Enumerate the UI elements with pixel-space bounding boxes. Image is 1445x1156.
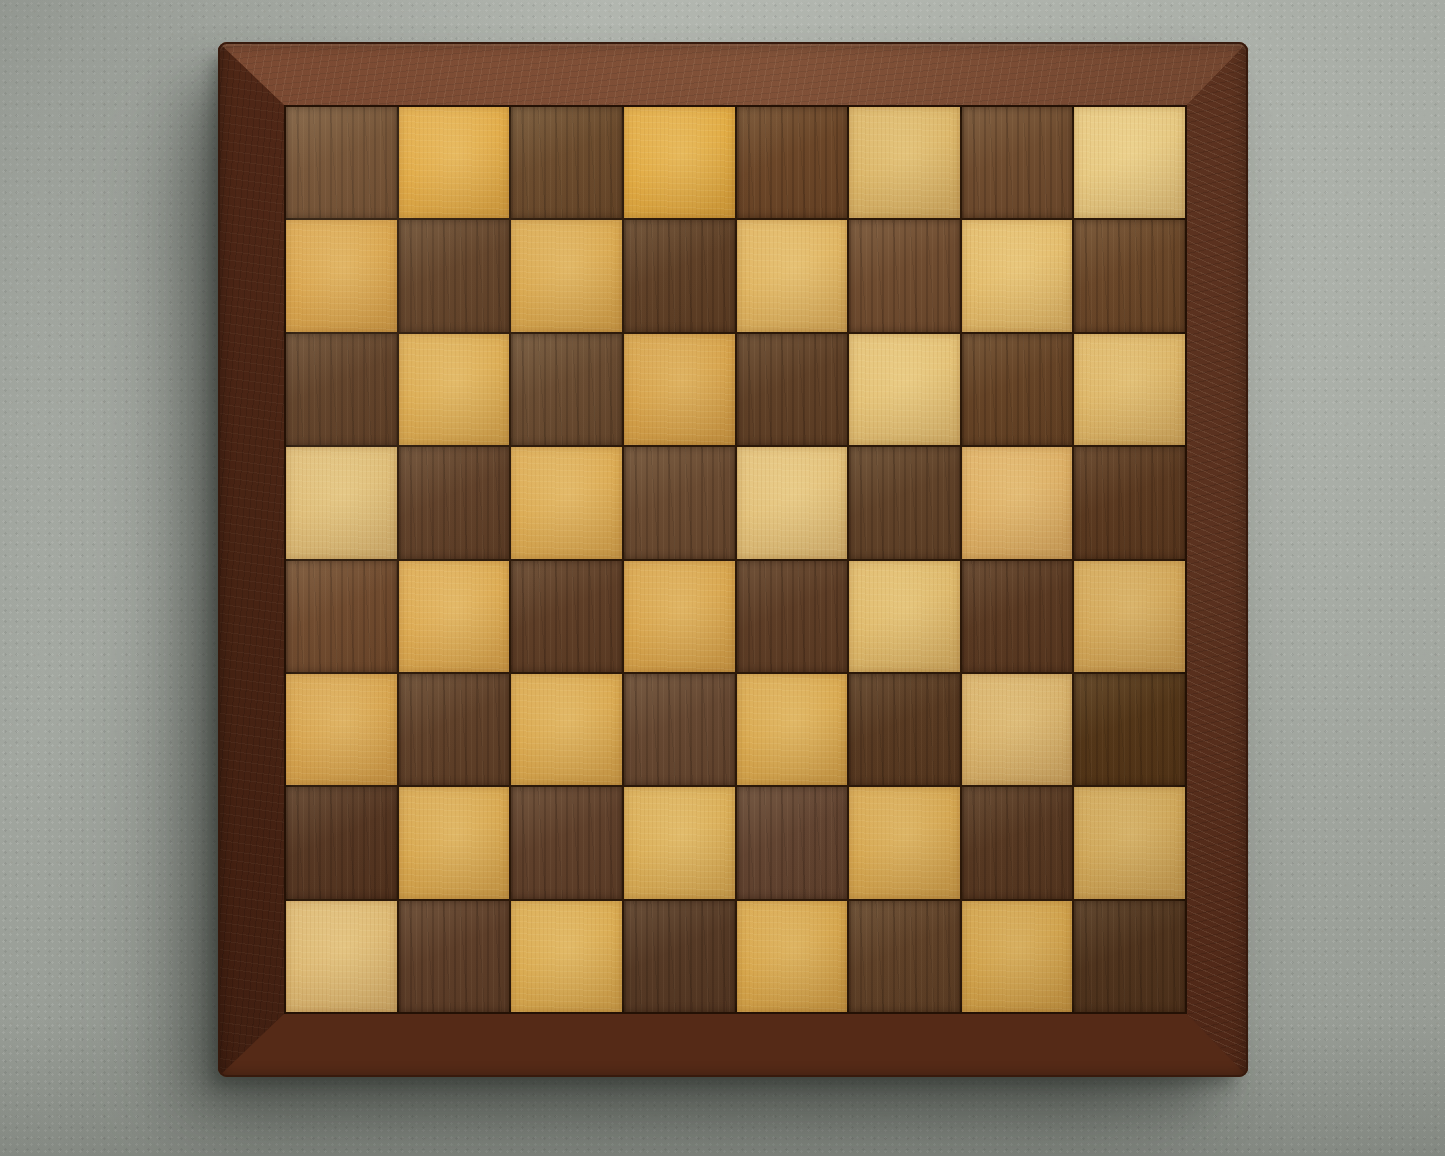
square-r4c6-dark [849,447,960,558]
square-r7c1-dark [286,787,397,898]
square-r2c6-dark [849,220,960,331]
square-r6c1-light [286,674,397,785]
square-r6c2-dark [399,674,510,785]
square-r2c1-light [286,220,397,331]
square-r8c1-light [286,901,397,1012]
square-r3c2-light [399,334,510,445]
square-r8c8-dark [1074,901,1185,1012]
square-r5c4-light [624,561,735,672]
square-r5c5-dark [737,561,848,672]
square-r3c7-dark [962,334,1073,445]
square-r7c8-light [1074,787,1185,898]
square-r3c4-light [624,334,735,445]
square-r5c7-dark [962,561,1073,672]
square-r1c3-dark [511,107,622,218]
square-r2c3-light [511,220,622,331]
square-r2c8-dark [1074,220,1185,331]
square-r8c6-dark [849,901,960,1012]
square-r1c4-light [624,107,735,218]
square-r5c6-light [849,561,960,672]
square-r2c4-dark [624,220,735,331]
square-r7c2-light [399,787,510,898]
square-r1c1-dark [286,107,397,218]
square-r7c3-dark [511,787,622,898]
square-r4c5-light [737,447,848,558]
square-r8c5-light [737,901,848,1012]
square-r8c7-light [962,901,1073,1012]
square-r7c5-dark [737,787,848,898]
square-r3c6-light [849,334,960,445]
square-r2c2-dark [399,220,510,331]
square-r6c6-dark [849,674,960,785]
square-r5c2-light [399,561,510,672]
square-r5c8-light [1074,561,1185,672]
square-r1c5-dark [737,107,848,218]
square-r1c2-light [399,107,510,218]
square-r6c7-light [962,674,1073,785]
chessboard-frame [218,42,1248,1077]
square-r3c1-dark [286,334,397,445]
square-r5c1-dark [286,561,397,672]
square-r8c2-dark [399,901,510,1012]
square-r8c3-light [511,901,622,1012]
square-r4c4-dark [624,447,735,558]
square-r3c5-dark [737,334,848,445]
square-r2c5-light [737,220,848,331]
square-r4c3-light [511,447,622,558]
square-r5c3-dark [511,561,622,672]
square-r3c8-light [1074,334,1185,445]
square-r7c4-light [624,787,735,898]
square-r6c3-light [511,674,622,785]
square-r8c4-dark [624,901,735,1012]
chessboard [286,107,1185,1012]
square-r6c8-dark [1074,674,1185,785]
square-r1c7-dark [962,107,1073,218]
square-r3c3-dark [511,334,622,445]
square-r6c4-dark [624,674,735,785]
square-r6c5-light [737,674,848,785]
backdrop [0,0,1445,1156]
square-r4c8-dark [1074,447,1185,558]
square-r4c7-light [962,447,1073,558]
square-r7c6-light [849,787,960,898]
square-r4c1-light [286,447,397,558]
square-r4c2-dark [399,447,510,558]
square-r7c7-dark [962,787,1073,898]
square-r1c8-light [1074,107,1185,218]
square-r2c7-light [962,220,1073,331]
square-r1c6-light [849,107,960,218]
